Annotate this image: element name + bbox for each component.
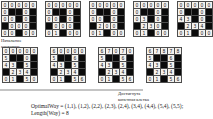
wall-cell-3-3: [16, 16, 22, 22]
cell-2-1: 5: [147, 55, 153, 61]
wall-cell-4-1: [46, 23, 52, 29]
cell-5-5: 6: [175, 76, 181, 82]
cell-5-1: 0: [99, 76, 105, 82]
cell-3-4: 0: [155, 16, 161, 22]
cell-2-4: 6: [120, 55, 126, 61]
cell-3-1: 4: [178, 16, 184, 22]
cell-3-1: 0: [90, 16, 96, 22]
cell-3-2: 3: [106, 62, 112, 68]
wall-cell-2-5: [127, 55, 133, 61]
wall-cell-2-5: [30, 9, 36, 15]
wall-cell-4-1: [134, 23, 140, 29]
wave-state-grid-3: 00000000002000100: [89, 1, 125, 37]
wave-state-grid-6: 00000504352340150: [2, 47, 38, 83]
wall-cell-2-5: [175, 55, 181, 61]
cell-1-1: 6: [99, 48, 105, 54]
cell-1-4: 7: [168, 48, 174, 54]
cell-1-2: 0: [53, 2, 59, 8]
wall-cell-4-1: [147, 69, 153, 75]
cell-3-1: 4: [99, 62, 105, 68]
cell-5-2: 1: [58, 76, 64, 82]
cell-4-2: 2: [10, 69, 16, 75]
wall-cell-4-5: [30, 23, 36, 29]
cell-1-1: 6: [51, 48, 57, 54]
wall-cell-4-1: [51, 69, 57, 75]
cell-3-4: 0: [111, 16, 117, 22]
cell-1-2: 7: [106, 48, 112, 54]
cell-1-1: 0: [2, 2, 8, 8]
cell-2-4: 0: [23, 9, 29, 15]
cell-1-4: 0: [23, 2, 29, 8]
wall-cell-2-5: [31, 55, 37, 61]
cell-5-4: 0: [23, 30, 29, 36]
cell-4-4: 0: [23, 23, 29, 29]
wall-cell-4-5: [79, 69, 85, 75]
wall-cell-2-5: [79, 55, 85, 61]
wall-cell-3-3: [192, 16, 198, 22]
wall-cell-2-2: [106, 55, 112, 61]
cell-3-4: 0: [67, 16, 73, 22]
cell-1-3: 0: [192, 2, 198, 8]
cell-4-4: 4: [72, 69, 78, 75]
wall-cell-2-5: [162, 9, 168, 15]
cell-1-2: 7: [154, 48, 160, 54]
cell-1-5: 0: [118, 2, 124, 8]
wave-state-grid-8: 67070564352340156: [98, 47, 134, 83]
cell-4-4: 0: [111, 23, 117, 29]
wall-cell-4-1: [90, 23, 96, 29]
cell-1-3: 0: [113, 48, 119, 54]
cell-5-2: 0: [9, 30, 15, 36]
wall-cell-4-5: [31, 69, 37, 75]
cell-5-4: 5: [120, 76, 126, 82]
wall-cell-2-5: [206, 9, 212, 15]
wall-cell-2-3: [60, 9, 66, 15]
cell-1-5: 0: [79, 48, 85, 54]
cell-1-2: 0: [58, 48, 64, 54]
cell-3-1: 0: [134, 16, 140, 22]
cell-5-5: 0: [162, 30, 168, 36]
middle-grids-row: 00000504352340150 60000564352340156 6707…: [2, 47, 182, 83]
wall-cell-3-3: [148, 16, 154, 22]
cell-1-5: 0: [30, 2, 36, 8]
wave-state-grid-5: 00000004302340100: [177, 1, 213, 37]
cell-2-4: 0: [155, 9, 161, 15]
cell-2-1: 0: [46, 9, 52, 15]
wall-cell-3-5: [118, 16, 124, 22]
wall-cell-2-2: [9, 9, 15, 15]
cell-4-3: 3: [113, 69, 119, 75]
cell-3-2: 3: [185, 16, 191, 22]
wave-state-grid-4: 00000000302300100: [133, 1, 169, 37]
cell-4-2: 2: [97, 23, 103, 29]
cell-3-4: 5: [72, 62, 78, 68]
wall-cell-2-3: [161, 55, 167, 61]
cell-5-2: 1: [106, 76, 112, 82]
optimal-way-text: OptimalWay = (1,1), (1,2), (2,2), (2,3),…: [31, 103, 183, 110]
cell-1-3: 0: [65, 48, 71, 54]
cell-3-2: 3: [10, 62, 16, 68]
wall-cell-4-5: [206, 23, 212, 29]
wall-cell-3-5: [79, 62, 85, 68]
wall-cell-4-1: [2, 23, 8, 29]
cell-3-4: 5: [24, 62, 30, 68]
wave-state-grid-9-final: 67878564352340156: [146, 47, 182, 83]
cell-4-2: 2: [154, 69, 160, 75]
wall-cell-3-5: [74, 16, 80, 22]
cell-5-4: 5: [72, 76, 78, 82]
cell-5-5: 6: [79, 76, 85, 82]
cell-2-4: 6: [72, 55, 78, 61]
cell-4-2: 2: [185, 23, 191, 29]
wall-cell-2-2: [154, 55, 160, 61]
wall-cell-2-3: [192, 9, 198, 15]
wall-cell-5-3: [192, 30, 198, 36]
cell-2-1: 0: [2, 9, 8, 15]
cell-1-1: 6: [147, 48, 153, 54]
wall-cell-4-5: [175, 69, 181, 75]
wall-cell-2-2: [185, 9, 191, 15]
cell-4-2: 2: [106, 69, 112, 75]
wall-cell-2-2: [53, 9, 59, 15]
cell-3-2: 0: [53, 16, 59, 22]
cell-2-1: 5: [99, 55, 105, 61]
cell-5-1: 0: [3, 76, 9, 82]
cell-5-1: 0: [51, 76, 57, 82]
cell-1-5: 0: [162, 2, 168, 8]
cell-1-2: 0: [9, 2, 15, 8]
cell-5-5: 6: [127, 76, 133, 82]
cell-1-3: 0: [148, 2, 154, 8]
cell-1-1: 0: [46, 2, 52, 8]
cell-4-3: 3: [161, 69, 167, 75]
cell-1-2: 0: [10, 48, 16, 54]
wall-cell-2-5: [118, 9, 124, 15]
cell-1-4: 0: [111, 2, 117, 8]
cell-3-4: 0: [23, 16, 29, 22]
cell-1-5: 0: [206, 2, 212, 8]
cell-5-5: 0: [74, 30, 80, 36]
cell-1-3: 0: [17, 48, 23, 54]
cell-4-2: 0: [53, 23, 59, 29]
wall-cell-3-3: [104, 16, 110, 22]
cell-4-3: 3: [192, 23, 198, 29]
cell-1-1: 0: [134, 2, 140, 8]
cell-1-5: 0: [31, 48, 37, 54]
cell-4-3: 3: [148, 23, 154, 29]
wall-cell-2-3: [17, 55, 23, 61]
cell-2-1: 0: [90, 9, 96, 15]
cell-2-1: 0: [178, 9, 184, 15]
cell-1-2: 0: [185, 2, 191, 8]
cell-3-1: 4: [3, 62, 9, 68]
cell-3-1: 0: [46, 16, 52, 22]
wall-cell-2-3: [104, 9, 110, 15]
cell-5-1: 0: [90, 30, 96, 36]
cell-1-5: 0: [74, 2, 80, 8]
cell-1-1: 0: [3, 48, 9, 54]
cell-3-4: 5: [120, 62, 126, 68]
wall-cell-5-3: [60, 30, 66, 36]
cell-1-4: 7: [120, 48, 126, 54]
wall-cell-4-1: [178, 23, 184, 29]
cell-4-4: 4: [168, 69, 174, 75]
cell-5-2: 1: [185, 30, 191, 36]
wave-state-grid-7: 60000564352340156: [50, 47, 86, 83]
cell-5-5: 0: [30, 30, 36, 36]
wall-cell-4-5: [118, 23, 124, 29]
wall-cell-3-3: [161, 62, 167, 68]
cell-5-5: 0: [31, 76, 37, 82]
cell-4-3: 0: [60, 23, 66, 29]
cell-1-3: 0: [16, 2, 22, 8]
cell-5-1: 0: [178, 30, 184, 36]
wall-cell-2-3: [113, 55, 119, 61]
cell-4-3: 0: [16, 23, 22, 29]
cell-2-4: 0: [67, 9, 73, 15]
cell-2-4: 0: [199, 9, 205, 15]
wall-cell-2-2: [141, 9, 147, 15]
wall-cell-4-5: [74, 23, 80, 29]
cell-5-1: 0: [46, 30, 52, 36]
cell-1-4: 0: [72, 48, 78, 54]
wall-cell-4-1: [3, 69, 9, 75]
cell-1-4: 0: [155, 2, 161, 8]
wall-cell-2-5: [74, 9, 80, 15]
cell-3-4: 5: [168, 62, 174, 68]
wall-cell-2-3: [148, 9, 154, 15]
cell-5-2: 1: [53, 30, 59, 36]
wall-cell-5-3: [104, 30, 110, 36]
cell-4-3: 0: [104, 23, 110, 29]
cell-3-2: 3: [154, 62, 160, 68]
wall-cell-5-3: [17, 76, 23, 82]
cell-4-4: 0: [155, 23, 161, 29]
wall-cell-3-5: [175, 62, 181, 68]
wall-cell-3-3: [113, 62, 119, 68]
cell-1-4: 0: [199, 2, 205, 8]
wall-cell-5-3: [16, 30, 22, 36]
wall-cell-3-5: [30, 16, 36, 22]
cell-5-4: 0: [155, 30, 161, 36]
cell-1-1: 0: [178, 2, 184, 8]
wall-cell-2-3: [65, 55, 71, 61]
wall-cell-5-3: [161, 76, 167, 82]
cell-2-4: 0: [24, 55, 30, 61]
wall-cell-3-5: [31, 62, 37, 68]
cell-5-5: 0: [206, 30, 212, 36]
wall-cell-3-3: [60, 16, 66, 22]
cell-5-1: 0: [134, 30, 140, 36]
wall-cell-5-3: [113, 76, 119, 82]
cell-5-1: 0: [2, 30, 8, 36]
top-grids-row: 00000000000000000 00000000000000100 0000…: [1, 1, 213, 37]
wall-cell-5-3: [65, 76, 71, 82]
wall-cell-2-2: [97, 9, 103, 15]
cell-5-2: 1: [97, 30, 103, 36]
wall-cell-2-3: [16, 9, 22, 15]
wall-cell-5-3: [148, 30, 154, 36]
wall-cell-3-5: [162, 16, 168, 22]
wave-algorithm-figure: 00000000000000000 00000000000000100 0000…: [0, 0, 213, 119]
cell-1-5: 8: [175, 48, 181, 54]
cell-1-2: 0: [97, 2, 103, 8]
wall-cell-4-5: [162, 23, 168, 29]
wall-cell-4-1: [99, 69, 105, 75]
cell-1-1: 0: [90, 2, 96, 8]
cell-4-2: 2: [141, 23, 147, 29]
wall-cell-3-3: [65, 62, 71, 68]
cell-3-1: 4: [147, 62, 153, 68]
cell-5-4: 0: [67, 30, 73, 36]
cell-4-3: 3: [17, 69, 23, 75]
cell-5-2: 1: [10, 76, 16, 82]
cell-3-1: 0: [2, 16, 8, 22]
cell-5-5: 0: [118, 30, 124, 36]
cell-1-4: 0: [67, 2, 73, 8]
wall-cell-3-3: [17, 62, 23, 68]
cell-2-4: 6: [168, 55, 174, 61]
cell-5-4: 0: [111, 30, 117, 36]
cell-2-1: 5: [51, 55, 57, 61]
way-length-text: Length(Way) = 8: [31, 110, 69, 117]
cell-2-1: 5: [3, 55, 9, 61]
wave-state-grid-2: 00000000000000100: [45, 1, 81, 37]
cell-4-4: 4: [199, 23, 205, 29]
wave-state-grid-1-initial: 00000000000000000: [1, 1, 37, 37]
cell-4-3: 3: [65, 69, 71, 75]
cell-4-4: 4: [120, 69, 126, 75]
cell-1-5: 0: [127, 48, 133, 54]
cell-5-1: 0: [147, 76, 153, 82]
cell-3-2: 3: [58, 62, 64, 68]
cell-2-1: 0: [134, 9, 140, 15]
wall-cell-4-5: [127, 69, 133, 75]
cell-3-2: 3: [141, 16, 147, 22]
cell-4-4: 0: [67, 23, 73, 29]
cell-3-2: 0: [97, 16, 103, 22]
cell-3-2: 0: [9, 16, 15, 22]
wall-cell-2-2: [58, 55, 64, 61]
cell-5-2: 1: [154, 76, 160, 82]
wall-cell-2-2: [10, 55, 16, 61]
wall-cell-3-5: [206, 16, 212, 22]
cell-4-2: 2: [58, 69, 64, 75]
cell-5-4: 5: [24, 76, 30, 82]
cell-1-4: 0: [24, 48, 30, 54]
cell-4-2: 0: [9, 23, 15, 29]
cell-2-4: 0: [111, 9, 117, 15]
cell-5-2: 1: [141, 30, 147, 36]
cell-4-4: 4: [24, 69, 30, 75]
cell-1-2: 0: [141, 2, 147, 8]
target-reached-label: Достигнута конечная клетка: [118, 91, 149, 102]
cell-1-3: 8: [161, 48, 167, 54]
wall-cell-3-5: [127, 62, 133, 68]
cell-3-1: 4: [51, 62, 57, 68]
cell-5-4: 5: [168, 76, 174, 82]
cell-5-4: 0: [199, 30, 205, 36]
cell-1-3: 0: [104, 2, 110, 8]
cell-1-3: 0: [60, 2, 66, 8]
cell-3-4: 0: [199, 16, 205, 22]
